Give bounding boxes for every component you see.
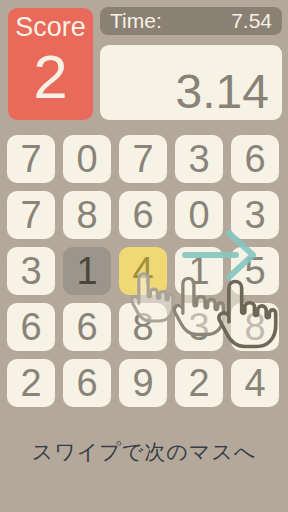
tile-r4c0[interactable]: 2 — [7, 359, 55, 407]
entered-number-value: 3.14 — [176, 68, 269, 116]
tile-r4c2[interactable]: 9 — [119, 359, 167, 407]
tile-r4c1[interactable]: 6 — [63, 359, 111, 407]
tile-r2c2-current[interactable]: 4 — [119, 247, 167, 295]
tile-r0c3[interactable]: 3 — [175, 135, 223, 183]
tile-r0c0[interactable]: 7 — [7, 135, 55, 183]
tile-r1c0[interactable]: 7 — [7, 191, 55, 239]
tile-r2c4[interactable]: 5 — [231, 247, 279, 295]
score-label: Score — [15, 13, 86, 43]
tutorial-caption: スワイプで次のマスへ — [0, 437, 288, 467]
tile-r0c4[interactable]: 6 — [231, 135, 279, 183]
tile-r1c2[interactable]: 6 — [119, 191, 167, 239]
tile-r1c3[interactable]: 0 — [175, 191, 223, 239]
tile-r1c4[interactable]: 3 — [231, 191, 279, 239]
tile-r2c1-visited[interactable]: 1 — [63, 247, 111, 295]
score-box: Score 2 — [8, 8, 93, 120]
time-value: 7.54 — [231, 9, 272, 33]
entered-number-display: 3.14 — [100, 45, 282, 120]
number-grid[interactable]: 7073678603314156683826924 — [7, 135, 279, 407]
tile-r2c0[interactable]: 3 — [7, 247, 55, 295]
tile-r3c3[interactable]: 3 — [175, 303, 223, 351]
score-value: 2 — [33, 43, 67, 120]
tile-r0c2[interactable]: 7 — [119, 135, 167, 183]
tile-r3c0[interactable]: 6 — [7, 303, 55, 351]
tile-r3c4[interactable]: 8 — [231, 303, 279, 351]
time-label: Time: — [110, 9, 162, 33]
tile-r0c1[interactable]: 0 — [63, 135, 111, 183]
tile-r4c4[interactable]: 4 — [231, 359, 279, 407]
tile-r4c3[interactable]: 2 — [175, 359, 223, 407]
tile-r2c3[interactable]: 1 — [175, 247, 223, 295]
tile-r1c1[interactable]: 8 — [63, 191, 111, 239]
time-bar: Time: 7.54 — [100, 7, 282, 35]
tile-r3c1[interactable]: 6 — [63, 303, 111, 351]
tile-r3c2[interactable]: 8 — [119, 303, 167, 351]
